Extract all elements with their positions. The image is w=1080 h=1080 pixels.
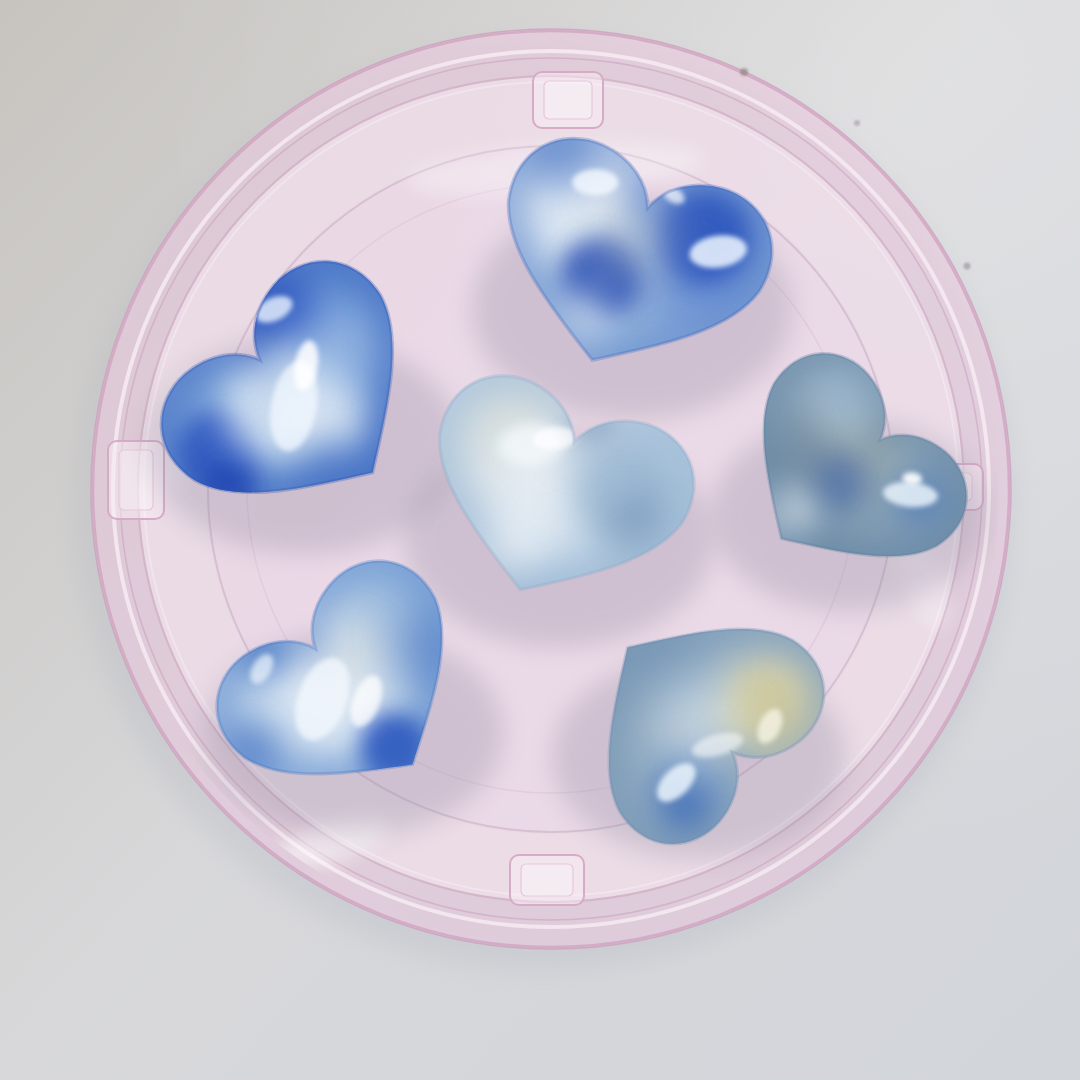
clasp-bottom-inner xyxy=(521,864,573,896)
clasp-bottom xyxy=(510,855,584,905)
clasp-top-inner xyxy=(544,81,592,119)
dust-speck xyxy=(854,120,860,126)
specular-highlight xyxy=(572,169,618,195)
dust-speck xyxy=(964,263,971,270)
dust-speck xyxy=(740,68,748,76)
clasp-top xyxy=(533,72,603,128)
photo-stage xyxy=(0,0,1080,1080)
clasp-left-inner xyxy=(119,450,153,510)
photo-scene xyxy=(0,0,1080,1080)
